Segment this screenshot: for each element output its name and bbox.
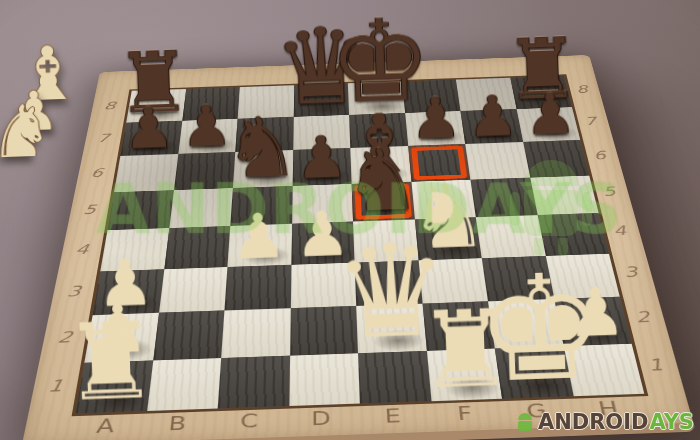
rank-label-left-2: 2 xyxy=(46,313,83,361)
square-e2[interactable]: ♛ xyxy=(356,304,426,353)
square-e3[interactable] xyxy=(355,260,423,306)
square-d3[interactable] xyxy=(290,262,356,308)
board-scene: 87654321 87654321 ABCDEFGH ♜♛♚♜♟♟♟♟♟♞♟♝♞… xyxy=(0,0,700,440)
square-e8[interactable]: ♚ xyxy=(348,81,405,114)
square-g2[interactable] xyxy=(488,299,563,348)
square-a4[interactable] xyxy=(100,228,169,271)
rank-label-left-5: 5 xyxy=(73,190,106,229)
square-f6[interactable] xyxy=(408,144,471,182)
file-label-e: E xyxy=(357,404,430,429)
square-a8[interactable]: ♜ xyxy=(126,89,186,122)
piece-ground-shadow xyxy=(79,381,160,417)
square-d8[interactable]: ♛ xyxy=(293,83,349,116)
chess-app-screenshot: 87654321 87654321 ABCDEFGH ♜♛♚♜♟♟♟♟♟♞♟♝♞… xyxy=(0,0,700,440)
square-e5[interactable]: ♞ xyxy=(352,182,415,222)
square-f5[interactable] xyxy=(411,179,476,219)
square-c5[interactable] xyxy=(230,186,292,226)
square-b4[interactable] xyxy=(164,226,230,269)
square-d7[interactable] xyxy=(293,115,350,150)
square-e4[interactable] xyxy=(353,219,418,262)
square-e7[interactable] xyxy=(349,113,408,148)
android-robot-icon xyxy=(516,412,534,432)
file-label-f: F xyxy=(428,401,502,426)
square-f8[interactable] xyxy=(402,80,461,113)
square-g8[interactable] xyxy=(456,78,516,111)
square-c8[interactable] xyxy=(238,85,294,118)
square-b8[interactable] xyxy=(182,87,240,120)
square-c1[interactable] xyxy=(218,355,290,408)
square-f2[interactable] xyxy=(422,301,495,350)
square-g1[interactable]: ♚ xyxy=(495,346,573,399)
square-b6[interactable] xyxy=(174,152,236,190)
square-f1[interactable]: ♜ xyxy=(426,348,502,401)
square-c3[interactable] xyxy=(224,265,291,311)
rank-label-left-8: 8 xyxy=(95,90,124,122)
square-b3[interactable] xyxy=(159,267,228,313)
square-a2[interactable]: ♟ xyxy=(84,313,158,363)
square-a1[interactable]: ♜ xyxy=(76,360,153,413)
square-b2[interactable] xyxy=(153,311,225,361)
square-h5[interactable] xyxy=(530,175,599,215)
square-h2[interactable]: ♟ xyxy=(554,297,632,346)
square-g7[interactable]: ♟ xyxy=(460,109,522,144)
file-label-d: D xyxy=(285,406,357,431)
square-h1[interactable] xyxy=(563,343,644,396)
square-c6[interactable]: ♞ xyxy=(233,150,293,188)
square-b1[interactable] xyxy=(147,358,222,411)
square-f4[interactable]: ♞ xyxy=(414,217,481,260)
rank-label-left-4: 4 xyxy=(65,229,99,271)
square-h4[interactable] xyxy=(537,213,609,256)
board-inner-frame: ♜♛♚♜♟♟♟♟♟♞♟♝♞♟♟♞♟♟♛♟♜♜♚ xyxy=(72,74,649,416)
square-a7[interactable]: ♟ xyxy=(120,121,182,157)
square-b5[interactable] xyxy=(169,188,233,228)
square-d5[interactable] xyxy=(292,184,353,224)
square-g3[interactable] xyxy=(482,256,554,302)
square-g5[interactable] xyxy=(470,177,537,217)
site-logo: ANDROID AYS xyxy=(516,410,694,434)
rank-label-left-7: 7 xyxy=(88,121,118,155)
square-a6[interactable] xyxy=(114,154,178,192)
square-h3[interactable] xyxy=(545,253,620,299)
square-c2[interactable] xyxy=(221,308,290,357)
rank-label-left-1: 1 xyxy=(36,360,75,412)
file-label-b: B xyxy=(140,411,214,436)
square-b7[interactable]: ♟ xyxy=(178,119,238,155)
square-h8[interactable]: ♜ xyxy=(510,76,572,109)
square-h7[interactable]: ♟ xyxy=(516,107,580,142)
rank-label-left-3: 3 xyxy=(56,269,92,314)
square-f7[interactable]: ♟ xyxy=(405,111,466,146)
board-grid: ♜♛♚♜♟♟♟♟♟♞♟♝♞♟♟♞♟♟♛♟♜♜♚ xyxy=(76,76,645,414)
square-a3[interactable]: ♟ xyxy=(93,269,164,315)
brand-text-primary: ANDROID xyxy=(538,410,649,434)
square-g6[interactable] xyxy=(465,142,529,179)
square-a5[interactable] xyxy=(107,190,173,230)
square-c4[interactable]: ♟ xyxy=(227,224,291,267)
square-h6[interactable] xyxy=(523,140,589,177)
square-d1[interactable] xyxy=(289,353,360,406)
square-e6[interactable]: ♝ xyxy=(350,146,411,184)
square-f3[interactable] xyxy=(418,258,488,304)
square-e1[interactable] xyxy=(358,351,431,404)
square-d4[interactable]: ♟ xyxy=(291,222,355,265)
brand-text-suffix: AYS xyxy=(649,410,694,434)
square-d6[interactable]: ♟ xyxy=(292,148,351,186)
file-label-c: C xyxy=(212,409,285,434)
square-g4[interactable] xyxy=(476,215,545,258)
rank-label-left-6: 6 xyxy=(81,155,113,192)
file-label-a: A xyxy=(68,414,143,439)
square-d2[interactable] xyxy=(290,306,358,355)
wooden-board: 87654321 87654321 ABCDEFGH ♜♛♚♜♟♟♟♟♟♞♟♝♞… xyxy=(20,55,696,440)
